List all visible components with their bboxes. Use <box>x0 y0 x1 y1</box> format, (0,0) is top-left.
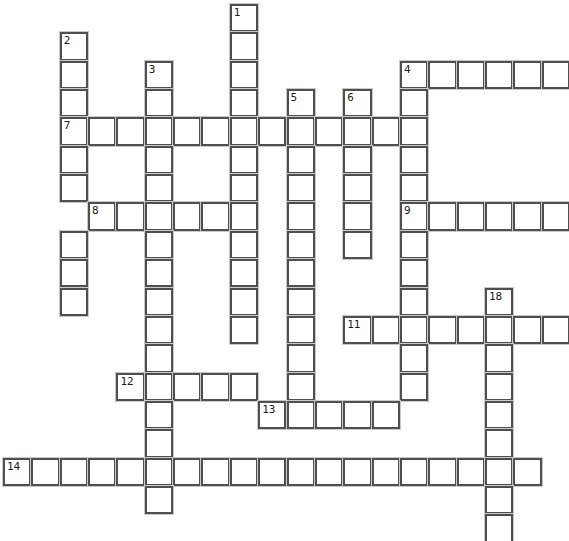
crossword-cell[interactable] <box>315 401 343 429</box>
crossword-board: 1234567891811121314 <box>0 0 569 541</box>
crossword-cell[interactable] <box>372 401 400 429</box>
crossword-cell[interactable] <box>88 458 116 486</box>
crossword-cell[interactable] <box>400 259 428 287</box>
crossword-cell[interactable] <box>287 174 315 202</box>
crossword-cell[interactable] <box>400 288 428 316</box>
crossword-cell[interactable] <box>428 458 456 486</box>
crossword-cell[interactable] <box>287 373 315 401</box>
crossword-cell[interactable] <box>173 202 201 230</box>
crossword-cell[interactable] <box>230 259 258 287</box>
crossword-cell[interactable] <box>343 202 371 230</box>
crossword-cell[interactable] <box>145 486 173 514</box>
crossword-cell[interactable]: 13 <box>258 401 286 429</box>
crossword-cell[interactable] <box>542 316 569 344</box>
crossword-cell[interactable] <box>343 401 371 429</box>
crossword-cell[interactable] <box>201 117 229 145</box>
crossword-cell[interactable] <box>343 174 371 202</box>
crossword-cell[interactable] <box>31 458 59 486</box>
crossword-cell[interactable] <box>485 61 513 89</box>
crossword-cell[interactable] <box>513 202 541 230</box>
crossword-cell[interactable] <box>145 373 173 401</box>
crossword-cell[interactable] <box>60 458 88 486</box>
crossword-cell[interactable] <box>145 316 173 344</box>
crossword-cell[interactable] <box>287 231 315 259</box>
crossword-cell[interactable] <box>343 146 371 174</box>
crossword-cell[interactable] <box>88 117 116 145</box>
crossword-cell[interactable] <box>315 117 343 145</box>
crossword-cell[interactable] <box>287 344 315 372</box>
crossword-cell[interactable] <box>145 288 173 316</box>
crossword-cell[interactable] <box>485 514 513 541</box>
crossword-cell[interactable] <box>230 117 258 145</box>
crossword-cell[interactable] <box>343 231 371 259</box>
crossword-cell[interactable]: 4 <box>400 61 428 89</box>
clue-number: 14 <box>7 460 20 473</box>
clue-number: 1 <box>234 6 241 19</box>
crossword-cell[interactable] <box>145 401 173 429</box>
crossword-cell[interactable] <box>485 401 513 429</box>
crossword-cell[interactable] <box>343 117 371 145</box>
crossword-cell[interactable] <box>428 61 456 89</box>
clue-number: 18 <box>489 290 502 303</box>
crossword-cell[interactable] <box>287 401 315 429</box>
crossword-cell[interactable] <box>230 231 258 259</box>
crossword-cell[interactable] <box>145 231 173 259</box>
crossword-cell[interactable] <box>400 174 428 202</box>
crossword-cell[interactable] <box>145 202 173 230</box>
crossword-cell[interactable] <box>60 146 88 174</box>
crossword-cell[interactable] <box>457 316 485 344</box>
crossword-cell[interactable] <box>287 288 315 316</box>
crossword-cell[interactable] <box>258 458 286 486</box>
crossword-cell[interactable] <box>230 174 258 202</box>
crossword-cell[interactable] <box>513 458 541 486</box>
crossword-cell[interactable]: 14 <box>3 458 31 486</box>
crossword-cell[interactable] <box>315 458 343 486</box>
crossword-cell[interactable] <box>201 458 229 486</box>
crossword-cell[interactable] <box>287 458 315 486</box>
crossword-cell[interactable] <box>60 288 88 316</box>
crossword-cell[interactable] <box>372 316 400 344</box>
crossword-cell[interactable] <box>145 174 173 202</box>
crossword-cell[interactable]: 6 <box>343 89 371 117</box>
crossword-cell[interactable] <box>145 344 173 372</box>
crossword-cell[interactable] <box>230 32 258 60</box>
crossword-cell[interactable] <box>230 146 258 174</box>
crossword-cell[interactable] <box>116 458 144 486</box>
crossword-cell[interactable] <box>116 117 144 145</box>
crossword-cell[interactable] <box>485 486 513 514</box>
crossword-cell[interactable] <box>287 202 315 230</box>
crossword-cell[interactable] <box>400 373 428 401</box>
crossword-cell[interactable] <box>542 202 569 230</box>
crossword-cell[interactable] <box>145 117 173 145</box>
crossword-cell[interactable] <box>230 202 258 230</box>
crossword-cell[interactable] <box>485 373 513 401</box>
crossword-cell[interactable] <box>173 373 201 401</box>
crossword-cell[interactable]: 18 <box>485 288 513 316</box>
crossword-cell[interactable] <box>400 344 428 372</box>
crossword-cell[interactable] <box>230 61 258 89</box>
crossword-cell[interactable] <box>230 316 258 344</box>
crossword-cell[interactable] <box>457 202 485 230</box>
clue-number: 6 <box>347 91 354 104</box>
crossword-cell[interactable] <box>145 89 173 117</box>
crossword-cell[interactable] <box>145 458 173 486</box>
crossword-cell[interactable] <box>230 373 258 401</box>
crossword-cell[interactable] <box>60 231 88 259</box>
crossword-cell[interactable] <box>485 202 513 230</box>
crossword-cell[interactable]: 5 <box>287 89 315 117</box>
clue-number: 11 <box>347 318 360 331</box>
clue-number: 9 <box>404 204 411 217</box>
crossword-cell[interactable]: 2 <box>60 32 88 60</box>
crossword-cell[interactable] <box>60 174 88 202</box>
crossword-cell[interactable] <box>485 429 513 457</box>
clue-number: 13 <box>262 403 275 416</box>
crossword-cell[interactable] <box>287 117 315 145</box>
crossword-cell[interactable] <box>400 89 428 117</box>
crossword-cell[interactable] <box>145 146 173 174</box>
crossword-cell[interactable] <box>485 458 513 486</box>
crossword-cell[interactable] <box>201 373 229 401</box>
crossword-cell[interactable] <box>173 117 201 145</box>
crossword-cell[interactable] <box>201 202 229 230</box>
crossword-cell[interactable] <box>485 344 513 372</box>
crossword-cell[interactable] <box>230 288 258 316</box>
crossword-cell[interactable] <box>400 117 428 145</box>
clue-number: 2 <box>64 34 71 47</box>
crossword-cell[interactable] <box>400 458 428 486</box>
crossword-cell[interactable] <box>457 458 485 486</box>
clue-number: 12 <box>120 375 133 388</box>
crossword-cell[interactable]: 12 <box>116 373 144 401</box>
crossword-cell[interactable] <box>428 316 456 344</box>
crossword-cell[interactable]: 1 <box>230 4 258 32</box>
crossword-cell[interactable] <box>145 259 173 287</box>
crossword-cell[interactable] <box>60 259 88 287</box>
clue-number: 3 <box>149 63 156 76</box>
crossword-cell[interactable] <box>400 316 428 344</box>
crossword-cell[interactable] <box>60 89 88 117</box>
crossword-cell[interactable]: 7 <box>60 117 88 145</box>
crossword-cell[interactable]: 3 <box>145 61 173 89</box>
crossword-cell[interactable] <box>513 316 541 344</box>
crossword-cell[interactable]: 9 <box>400 202 428 230</box>
crossword-cell[interactable] <box>542 61 569 89</box>
crossword-cell[interactable] <box>457 61 485 89</box>
crossword-cell[interactable] <box>60 61 88 89</box>
crossword-cell[interactable] <box>513 61 541 89</box>
crossword-cell[interactable] <box>258 117 286 145</box>
crossword-cell[interactable] <box>485 316 513 344</box>
clue-number: 7 <box>64 119 71 132</box>
crossword-cell[interactable] <box>145 429 173 457</box>
crossword-cell[interactable] <box>400 231 428 259</box>
crossword-cell[interactable] <box>428 202 456 230</box>
crossword-cell[interactable] <box>230 89 258 117</box>
crossword-cell[interactable]: 8 <box>88 202 116 230</box>
crossword-cell[interactable]: 11 <box>343 316 371 344</box>
crossword-cell[interactable] <box>116 202 144 230</box>
crossword-cell[interactable] <box>400 146 428 174</box>
clue-number: 4 <box>404 63 411 76</box>
crossword-cell[interactable] <box>287 316 315 344</box>
crossword-cell[interactable] <box>343 458 371 486</box>
crossword-cell[interactable] <box>173 458 201 486</box>
crossword-cell[interactable] <box>287 259 315 287</box>
crossword-cell[interactable] <box>372 458 400 486</box>
clue-number: 5 <box>291 91 298 104</box>
crossword-cell[interactable] <box>230 458 258 486</box>
clue-number: 8 <box>92 204 99 217</box>
crossword-cell[interactable] <box>287 146 315 174</box>
crossword-cell[interactable] <box>372 117 400 145</box>
